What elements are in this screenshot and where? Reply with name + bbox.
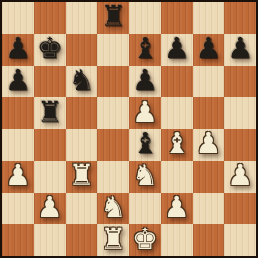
square-a7[interactable]: ♟ <box>2 34 34 66</box>
white-rook-c3[interactable]: ♜ <box>68 161 94 190</box>
square-g2[interactable] <box>193 193 225 225</box>
square-f6[interactable] <box>161 66 193 98</box>
square-h2[interactable] <box>224 193 256 225</box>
square-d1[interactable]: ♜ <box>97 224 129 256</box>
square-f1[interactable] <box>161 224 193 256</box>
black-pawn-h7[interactable]: ♟ <box>227 34 253 63</box>
square-e2[interactable] <box>129 193 161 225</box>
square-f8[interactable] <box>161 2 193 34</box>
square-b5[interactable]: ♜ <box>34 97 66 129</box>
black-pawn-e6[interactable]: ♟ <box>132 66 158 95</box>
black-knight-c6[interactable]: ♞ <box>68 66 94 95</box>
square-f7[interactable]: ♟ <box>161 34 193 66</box>
square-c4[interactable] <box>66 129 98 161</box>
square-b2[interactable]: ♟ <box>34 193 66 225</box>
square-b4[interactable] <box>34 129 66 161</box>
black-rook-d8[interactable]: ♜ <box>100 2 126 31</box>
white-pawn-h3[interactable]: ♟ <box>227 161 253 190</box>
square-d5[interactable] <box>97 97 129 129</box>
square-e8[interactable] <box>129 2 161 34</box>
square-g7[interactable]: ♟ <box>193 34 225 66</box>
square-c8[interactable] <box>66 2 98 34</box>
white-pawn-a3[interactable]: ♟ <box>5 161 31 190</box>
square-e6[interactable]: ♟ <box>129 66 161 98</box>
square-b3[interactable] <box>34 161 66 193</box>
square-a4[interactable] <box>2 129 34 161</box>
chess-board-frame: ♜♟♚♝♟♟♟♟♞♟♜♟♝♝♟♟♜♞♟♟♞♟♜♚ <box>0 0 258 258</box>
square-d3[interactable] <box>97 161 129 193</box>
square-g4[interactable]: ♟ <box>193 129 225 161</box>
square-e4[interactable]: ♝ <box>129 129 161 161</box>
black-king-b7[interactable]: ♚ <box>37 34 63 63</box>
black-pawn-a6[interactable]: ♟ <box>5 66 31 95</box>
square-f3[interactable] <box>161 161 193 193</box>
square-d6[interactable] <box>97 66 129 98</box>
square-c6[interactable]: ♞ <box>66 66 98 98</box>
square-c7[interactable] <box>66 34 98 66</box>
black-bishop-e7[interactable]: ♝ <box>132 34 158 63</box>
square-h3[interactable]: ♟ <box>224 161 256 193</box>
white-king-e1[interactable]: ♚ <box>132 225 158 254</box>
square-h6[interactable] <box>224 66 256 98</box>
square-h7[interactable]: ♟ <box>224 34 256 66</box>
black-pawn-a7[interactable]: ♟ <box>5 34 31 63</box>
white-pawn-f2[interactable]: ♟ <box>164 193 190 222</box>
square-c2[interactable] <box>66 193 98 225</box>
white-bishop-f4[interactable]: ♝ <box>164 129 190 158</box>
white-pawn-g4[interactable]: ♟ <box>195 129 221 158</box>
square-e5[interactable]: ♟ <box>129 97 161 129</box>
square-h1[interactable] <box>224 224 256 256</box>
square-h5[interactable] <box>224 97 256 129</box>
square-a2[interactable] <box>2 193 34 225</box>
square-b6[interactable] <box>34 66 66 98</box>
square-g8[interactable] <box>193 2 225 34</box>
square-e3[interactable]: ♞ <box>129 161 161 193</box>
white-knight-d2[interactable]: ♞ <box>100 193 126 222</box>
square-g6[interactable] <box>193 66 225 98</box>
square-b1[interactable] <box>34 224 66 256</box>
square-e7[interactable]: ♝ <box>129 34 161 66</box>
square-h8[interactable] <box>224 2 256 34</box>
white-knight-e3[interactable]: ♞ <box>132 161 158 190</box>
square-f5[interactable] <box>161 97 193 129</box>
black-pawn-f7[interactable]: ♟ <box>164 34 190 63</box>
square-c3[interactable]: ♜ <box>66 161 98 193</box>
square-h4[interactable] <box>224 129 256 161</box>
white-pawn-b2[interactable]: ♟ <box>37 193 63 222</box>
square-d4[interactable] <box>97 129 129 161</box>
square-b7[interactable]: ♚ <box>34 34 66 66</box>
square-d7[interactable] <box>97 34 129 66</box>
square-a1[interactable] <box>2 224 34 256</box>
square-a3[interactable]: ♟ <box>2 161 34 193</box>
square-f4[interactable]: ♝ <box>161 129 193 161</box>
black-bishop-e4[interactable]: ♝ <box>132 129 158 158</box>
square-b8[interactable] <box>34 2 66 34</box>
square-a5[interactable] <box>2 97 34 129</box>
white-rook-d1[interactable]: ♜ <box>100 225 126 254</box>
square-g5[interactable] <box>193 97 225 129</box>
square-g1[interactable] <box>193 224 225 256</box>
square-d8[interactable]: ♜ <box>97 2 129 34</box>
square-e1[interactable]: ♚ <box>129 224 161 256</box>
square-d2[interactable]: ♞ <box>97 193 129 225</box>
white-pawn-e5[interactable]: ♟ <box>132 98 158 127</box>
square-c5[interactable] <box>66 97 98 129</box>
square-a6[interactable]: ♟ <box>2 66 34 98</box>
square-g3[interactable] <box>193 161 225 193</box>
square-f2[interactable]: ♟ <box>161 193 193 225</box>
square-c1[interactable] <box>66 224 98 256</box>
chess-board: ♜♟♚♝♟♟♟♟♞♟♜♟♝♝♟♟♜♞♟♟♞♟♜♚ <box>2 2 256 256</box>
square-a8[interactable] <box>2 2 34 34</box>
black-rook-b5[interactable]: ♜ <box>37 98 63 127</box>
black-pawn-g7[interactable]: ♟ <box>195 34 221 63</box>
